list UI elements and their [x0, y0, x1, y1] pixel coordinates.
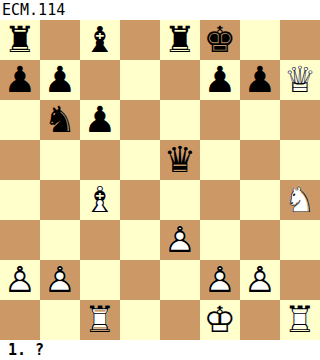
piece-outline-layer: ♙ — [40, 260, 80, 300]
square-a5[interactable] — [0, 140, 40, 180]
white-pawn-icon[interactable]: ♟♙ — [160, 220, 200, 260]
square-d5[interactable] — [120, 140, 160, 180]
square-f1[interactable]: ♚♔ — [200, 300, 240, 340]
piece-outline-layer: ♙ — [0, 260, 40, 300]
square-e8[interactable]: ♜ — [160, 20, 200, 60]
white-pawn-icon[interactable]: ♟♙ — [0, 260, 40, 300]
square-a8[interactable]: ♜ — [0, 20, 40, 60]
square-a7[interactable]: ♟ — [0, 60, 40, 100]
white-pawn-icon[interactable]: ♟♙ — [40, 260, 80, 300]
square-a4[interactable] — [0, 180, 40, 220]
square-g1[interactable] — [240, 300, 280, 340]
black-pawn-icon[interactable]: ♟ — [40, 60, 80, 100]
square-h3[interactable] — [280, 220, 320, 260]
square-h7[interactable]: ♛♕ — [280, 60, 320, 100]
square-f6[interactable] — [200, 100, 240, 140]
piece-outline-layer: ♙ — [160, 220, 200, 260]
square-h6[interactable] — [280, 100, 320, 140]
square-d2[interactable] — [120, 260, 160, 300]
white-rook-icon[interactable]: ♜♖ — [280, 300, 320, 340]
square-a6[interactable] — [0, 100, 40, 140]
square-a1[interactable] — [0, 300, 40, 340]
square-a2[interactable]: ♟♙ — [0, 260, 40, 300]
piece-outline-layer: ♖ — [80, 300, 120, 340]
square-e7[interactable] — [160, 60, 200, 100]
black-pawn-icon[interactable]: ♟ — [0, 60, 40, 100]
piece-outline-layer: ♗ — [80, 180, 120, 220]
black-pawn-icon[interactable]: ♟ — [80, 100, 120, 140]
square-c7[interactable] — [80, 60, 120, 100]
square-c8[interactable]: ♝ — [80, 20, 120, 60]
square-e4[interactable] — [160, 180, 200, 220]
square-e5[interactable]: ♛ — [160, 140, 200, 180]
square-d8[interactable] — [120, 20, 160, 60]
square-d3[interactable] — [120, 220, 160, 260]
square-g5[interactable] — [240, 140, 280, 180]
piece-outline-layer: ♕ — [280, 60, 320, 100]
square-h5[interactable] — [280, 140, 320, 180]
square-h8[interactable] — [280, 20, 320, 60]
square-f8[interactable]: ♚ — [200, 20, 240, 60]
square-c4[interactable]: ♝♗ — [80, 180, 120, 220]
square-e3[interactable]: ♟♙ — [160, 220, 200, 260]
black-king-icon[interactable]: ♚ — [200, 20, 240, 60]
square-c3[interactable] — [80, 220, 120, 260]
piece-outline-layer: ♙ — [240, 260, 280, 300]
square-f5[interactable] — [200, 140, 240, 180]
square-c2[interactable] — [80, 260, 120, 300]
white-bishop-icon[interactable]: ♝♗ — [80, 180, 120, 220]
white-king-icon[interactable]: ♚♔ — [200, 300, 240, 340]
square-b1[interactable] — [40, 300, 80, 340]
black-knight-icon[interactable]: ♞ — [40, 100, 80, 140]
square-b8[interactable] — [40, 20, 80, 60]
square-c5[interactable] — [80, 140, 120, 180]
square-c1[interactable]: ♜♖ — [80, 300, 120, 340]
square-b5[interactable] — [40, 140, 80, 180]
square-g7[interactable]: ♟ — [240, 60, 280, 100]
black-pawn-icon[interactable]: ♟ — [200, 60, 240, 100]
square-b4[interactable] — [40, 180, 80, 220]
square-c6[interactable]: ♟ — [80, 100, 120, 140]
white-rook-icon[interactable]: ♜♖ — [80, 300, 120, 340]
white-queen-icon[interactable]: ♛♕ — [280, 60, 320, 100]
piece-outline-layer: ♖ — [280, 300, 320, 340]
square-e2[interactable] — [160, 260, 200, 300]
white-pawn-icon[interactable]: ♟♙ — [240, 260, 280, 300]
square-g4[interactable] — [240, 180, 280, 220]
chess-board: ♜♝♜♚♟♟♟♟♛♕♞♟♛♝♗♞♘♟♙♟♙♟♙♟♙♟♙♜♖♚♔♜♖ — [0, 20, 320, 340]
black-rook-icon[interactable]: ♜ — [160, 20, 200, 60]
square-f7[interactable]: ♟ — [200, 60, 240, 100]
square-g2[interactable]: ♟♙ — [240, 260, 280, 300]
square-d7[interactable] — [120, 60, 160, 100]
square-h4[interactable]: ♞♘ — [280, 180, 320, 220]
black-bishop-icon[interactable]: ♝ — [80, 20, 120, 60]
white-knight-icon[interactable]: ♞♘ — [280, 180, 320, 220]
square-h1[interactable]: ♜♖ — [280, 300, 320, 340]
square-d1[interactable] — [120, 300, 160, 340]
square-b6[interactable]: ♞ — [40, 100, 80, 140]
square-d6[interactable] — [120, 100, 160, 140]
square-g6[interactable] — [240, 100, 280, 140]
square-f4[interactable] — [200, 180, 240, 220]
square-e1[interactable] — [160, 300, 200, 340]
move-prompt: 1. ? — [0, 340, 320, 360]
square-b3[interactable] — [40, 220, 80, 260]
black-rook-icon[interactable]: ♜ — [0, 20, 40, 60]
black-pawn-icon[interactable]: ♟ — [240, 60, 280, 100]
square-b7[interactable]: ♟ — [40, 60, 80, 100]
diagram-title: ECM.114 — [0, 0, 320, 20]
piece-outline-layer: ♙ — [200, 260, 240, 300]
square-a3[interactable] — [0, 220, 40, 260]
square-e6[interactable] — [160, 100, 200, 140]
square-h2[interactable] — [280, 260, 320, 300]
square-f3[interactable] — [200, 220, 240, 260]
square-f2[interactable]: ♟♙ — [200, 260, 240, 300]
square-g8[interactable] — [240, 20, 280, 60]
black-queen-icon[interactable]: ♛ — [160, 140, 200, 180]
square-g3[interactable] — [240, 220, 280, 260]
white-pawn-icon[interactable]: ♟♙ — [200, 260, 240, 300]
piece-outline-layer: ♔ — [200, 300, 240, 340]
square-b2[interactable]: ♟♙ — [40, 260, 80, 300]
piece-outline-layer: ♘ — [280, 180, 320, 220]
square-d4[interactable] — [120, 180, 160, 220]
